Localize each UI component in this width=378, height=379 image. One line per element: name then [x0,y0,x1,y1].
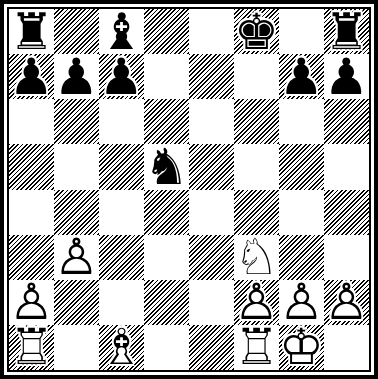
chess-board: ♜♜♝♝♚♚♜♜♟♟♟♟♟♟♟♟♟♟♞♞♟♙♞♘♟♙♟♙♟♙♟♙♜♖♝♗♜♖♚♔ [7,7,371,372]
square-b3[interactable]: ♟♙ [54,235,99,280]
piece-white-pawn-b3[interactable]: ♟♙ [54,235,99,280]
square-g6[interactable] [279,99,324,144]
black-pawn-icon: ♟ [9,54,54,99]
piece-black-pawn-c7[interactable]: ♟♟ [99,54,144,99]
white-pawn-icon: ♙ [54,235,99,280]
square-c6[interactable] [99,99,144,144]
square-f7[interactable] [234,54,279,99]
piece-white-bishop-c1[interactable]: ♝♗ [99,325,144,370]
square-a5[interactable] [9,144,54,189]
square-d8[interactable] [144,9,189,54]
square-e2[interactable] [189,280,234,325]
square-b1[interactable] [54,325,99,370]
square-f6[interactable] [234,99,279,144]
black-pawn-icon: ♟ [54,54,99,99]
piece-black-knight-d5[interactable]: ♞♞ [144,144,189,189]
board-frame: ♜♜♝♝♚♚♜♜♟♟♟♟♟♟♟♟♟♟♞♞♟♙♞♘♟♙♟♙♟♙♟♙♜♖♝♗♜♖♚♔ [0,0,378,379]
white-bishop-icon: ♗ [99,325,144,370]
square-g7[interactable]: ♟♟ [279,54,324,99]
square-h7[interactable]: ♟♟ [324,54,369,99]
piece-black-pawn-h7[interactable]: ♟♟ [324,54,369,99]
square-e1[interactable] [189,325,234,370]
square-e6[interactable] [189,99,234,144]
square-c3[interactable] [99,235,144,280]
black-pawn-icon: ♟ [279,54,324,99]
square-h4[interactable] [324,190,369,235]
square-a4[interactable] [9,190,54,235]
square-c4[interactable] [99,190,144,235]
square-f1[interactable]: ♜♖ [234,325,279,370]
square-a6[interactable] [9,99,54,144]
white-rook-icon: ♖ [234,325,279,370]
piece-white-rook-a1[interactable]: ♜♖ [9,325,54,370]
piece-white-pawn-h2[interactable]: ♟♙ [324,280,369,325]
square-d1[interactable] [144,325,189,370]
square-d3[interactable] [144,235,189,280]
square-e5[interactable] [189,144,234,189]
square-c5[interactable] [99,144,144,189]
square-h2[interactable]: ♟♙ [324,280,369,325]
square-d4[interactable] [144,190,189,235]
white-rook-icon: ♖ [9,325,54,370]
square-e3[interactable] [189,235,234,280]
square-f8[interactable]: ♚♚ [234,9,279,54]
piece-white-rook-f1[interactable]: ♜♖ [234,325,279,370]
square-h1[interactable] [324,325,369,370]
white-king-icon: ♔ [279,325,324,370]
black-knight-icon: ♞ [144,144,189,189]
piece-black-pawn-g7[interactable]: ♟♟ [279,54,324,99]
piece-black-king-f8[interactable]: ♚♚ [234,9,279,54]
square-b6[interactable] [54,99,99,144]
white-pawn-icon: ♙ [324,280,369,325]
square-d2[interactable] [144,280,189,325]
square-c1[interactable]: ♝♗ [99,325,144,370]
square-h6[interactable] [324,99,369,144]
square-h5[interactable] [324,144,369,189]
square-d5[interactable]: ♞♞ [144,144,189,189]
piece-black-pawn-a7[interactable]: ♟♟ [9,54,54,99]
square-e4[interactable] [189,190,234,235]
square-b7[interactable]: ♟♟ [54,54,99,99]
square-a1[interactable]: ♜♖ [9,325,54,370]
black-pawn-icon: ♟ [324,54,369,99]
square-a7[interactable]: ♟♟ [9,54,54,99]
square-e8[interactable] [189,9,234,54]
black-king-icon: ♚ [234,9,279,54]
square-e7[interactable] [189,54,234,99]
square-b5[interactable] [54,144,99,189]
piece-black-pawn-b7[interactable]: ♟♟ [54,54,99,99]
piece-white-king-g1[interactable]: ♚♔ [279,325,324,370]
square-g1[interactable]: ♚♔ [279,325,324,370]
square-c7[interactable]: ♟♟ [99,54,144,99]
square-d7[interactable] [144,54,189,99]
square-f5[interactable] [234,144,279,189]
square-g4[interactable] [279,190,324,235]
square-g5[interactable] [279,144,324,189]
square-b2[interactable] [54,280,99,325]
black-pawn-icon: ♟ [99,54,144,99]
